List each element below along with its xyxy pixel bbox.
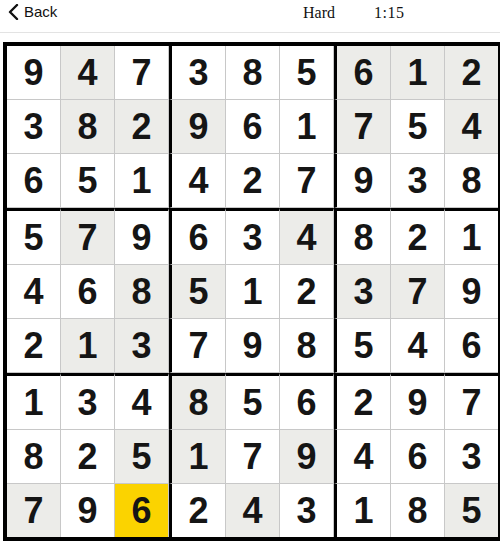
cell-r6c3[interactable]: 3 bbox=[115, 319, 169, 373]
cell-r4c5[interactable]: 3 bbox=[226, 208, 280, 265]
cell-r9c1[interactable]: 7 bbox=[7, 484, 61, 537]
cell-r3c4[interactable]: 4 bbox=[169, 154, 226, 208]
back-label: Back bbox=[24, 3, 57, 20]
cell-r1c2[interactable]: 4 bbox=[61, 46, 115, 100]
back-button[interactable]: Back bbox=[8, 3, 57, 20]
cell-r2c6[interactable]: 1 bbox=[280, 100, 334, 154]
cell-r2c1[interactable]: 3 bbox=[7, 100, 61, 154]
cell-r4c1[interactable]: 5 bbox=[7, 208, 61, 265]
cell-r3c1[interactable]: 6 bbox=[7, 154, 61, 208]
cell-r9c5[interactable]: 4 bbox=[226, 484, 280, 537]
cell-r5c9[interactable]: 9 bbox=[445, 265, 498, 319]
cell-r8c6[interactable]: 9 bbox=[280, 430, 334, 484]
cell-r1c3[interactable]: 7 bbox=[115, 46, 169, 100]
cell-r1c7[interactable]: 6 bbox=[334, 46, 391, 100]
cell-r8c7[interactable]: 4 bbox=[334, 430, 391, 484]
cell-r3c6[interactable]: 7 bbox=[280, 154, 334, 208]
cell-r1c4[interactable]: 3 bbox=[169, 46, 226, 100]
cell-r8c8[interactable]: 6 bbox=[391, 430, 445, 484]
cell-r3c9[interactable]: 8 bbox=[445, 154, 498, 208]
cell-r5c5[interactable]: 1 bbox=[226, 265, 280, 319]
cell-r9c6[interactable]: 3 bbox=[280, 484, 334, 537]
cell-r8c4[interactable]: 1 bbox=[169, 430, 226, 484]
cell-r8c2[interactable]: 2 bbox=[61, 430, 115, 484]
cell-r3c7[interactable]: 9 bbox=[334, 154, 391, 208]
cell-r4c3[interactable]: 9 bbox=[115, 208, 169, 265]
cell-r2c9[interactable]: 4 bbox=[445, 100, 498, 154]
cell-r4c4[interactable]: 6 bbox=[169, 208, 226, 265]
cell-r4c8[interactable]: 2 bbox=[391, 208, 445, 265]
sudoku-board: 9473856123829617546514279385796348214685… bbox=[3, 42, 500, 541]
cell-r4c2[interactable]: 7 bbox=[61, 208, 115, 265]
cell-r2c2[interactable]: 8 bbox=[61, 100, 115, 154]
cell-r6c2[interactable]: 1 bbox=[61, 319, 115, 373]
cell-r7c4[interactable]: 8 bbox=[169, 373, 226, 430]
cell-r6c4[interactable]: 7 bbox=[169, 319, 226, 373]
cell-r3c2[interactable]: 5 bbox=[61, 154, 115, 208]
cell-r5c6[interactable]: 2 bbox=[280, 265, 334, 319]
cell-r1c8[interactable]: 1 bbox=[391, 46, 445, 100]
cell-r7c6[interactable]: 6 bbox=[280, 373, 334, 430]
cell-r5c2[interactable]: 6 bbox=[61, 265, 115, 319]
cell-r2c7[interactable]: 7 bbox=[334, 100, 391, 154]
cell-r1c6[interactable]: 5 bbox=[280, 46, 334, 100]
cell-r5c7[interactable]: 3 bbox=[334, 265, 391, 319]
cell-r2c3[interactable]: 2 bbox=[115, 100, 169, 154]
cell-r6c5[interactable]: 9 bbox=[226, 319, 280, 373]
cell-r5c4[interactable]: 5 bbox=[169, 265, 226, 319]
cell-r3c5[interactable]: 2 bbox=[226, 154, 280, 208]
cell-r2c8[interactable]: 5 bbox=[391, 100, 445, 154]
cell-r9c7[interactable]: 1 bbox=[334, 484, 391, 537]
timer: 1:15 bbox=[374, 4, 404, 22]
cell-r7c1[interactable]: 1 bbox=[7, 373, 61, 430]
cell-r6c6[interactable]: 8 bbox=[280, 319, 334, 373]
back-chevron-icon bbox=[8, 4, 19, 20]
cell-r5c1[interactable]: 4 bbox=[7, 265, 61, 319]
cell-r7c5[interactable]: 5 bbox=[226, 373, 280, 430]
cell-r7c8[interactable]: 9 bbox=[391, 373, 445, 430]
cell-r5c3[interactable]: 8 bbox=[115, 265, 169, 319]
cell-r3c3[interactable]: 1 bbox=[115, 154, 169, 208]
cell-r9c8[interactable]: 8 bbox=[391, 484, 445, 537]
cell-r9c2[interactable]: 9 bbox=[61, 484, 115, 537]
cell-r2c5[interactable]: 6 bbox=[226, 100, 280, 154]
cell-r7c7[interactable]: 2 bbox=[334, 373, 391, 430]
cell-r6c8[interactable]: 4 bbox=[391, 319, 445, 373]
cell-r4c6[interactable]: 4 bbox=[280, 208, 334, 265]
cell-r9c9[interactable]: 5 bbox=[445, 484, 498, 537]
cell-r1c9[interactable]: 2 bbox=[445, 46, 498, 100]
cell-r4c9[interactable]: 1 bbox=[445, 208, 498, 265]
cell-r8c5[interactable]: 7 bbox=[226, 430, 280, 484]
cell-r9c3[interactable]: 6 bbox=[115, 484, 169, 537]
cell-r6c1[interactable]: 2 bbox=[7, 319, 61, 373]
cell-r8c1[interactable]: 8 bbox=[7, 430, 61, 484]
cell-r1c1[interactable]: 9 bbox=[7, 46, 61, 100]
cell-r7c9[interactable]: 7 bbox=[445, 373, 498, 430]
cell-r3c8[interactable]: 3 bbox=[391, 154, 445, 208]
cell-r7c2[interactable]: 3 bbox=[61, 373, 115, 430]
cell-r2c4[interactable]: 9 bbox=[169, 100, 226, 154]
header-bar: Back Hard 1:15 bbox=[0, 0, 500, 33]
cell-r8c3[interactable]: 5 bbox=[115, 430, 169, 484]
difficulty-label: Hard bbox=[303, 4, 335, 22]
cell-r7c3[interactable]: 4 bbox=[115, 373, 169, 430]
cell-r6c7[interactable]: 5 bbox=[334, 319, 391, 373]
cell-r9c4[interactable]: 2 bbox=[169, 484, 226, 537]
cell-r6c9[interactable]: 6 bbox=[445, 319, 498, 373]
cell-r8c9[interactable]: 3 bbox=[445, 430, 498, 484]
cell-r1c5[interactable]: 8 bbox=[226, 46, 280, 100]
cell-r5c8[interactable]: 7 bbox=[391, 265, 445, 319]
cell-r4c7[interactable]: 8 bbox=[334, 208, 391, 265]
